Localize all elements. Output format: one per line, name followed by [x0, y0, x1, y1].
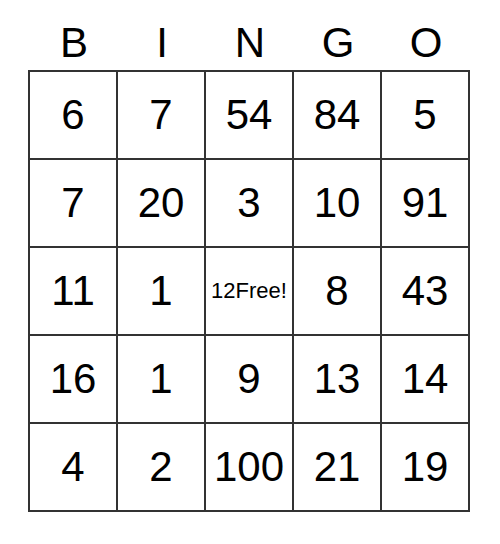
bingo-cell-r4c1[interactable]: 2 — [118, 424, 206, 512]
bingo-cell-r3c2[interactable]: 9 — [206, 336, 294, 424]
column-letter-b: B — [30, 0, 118, 70]
bingo-cell-r0c3[interactable]: 84 — [294, 72, 382, 160]
bingo-cell-r1c2[interactable]: 3 — [206, 160, 294, 248]
bingo-cell-r0c2[interactable]: 54 — [206, 72, 294, 160]
bingo-cell-r4c3[interactable]: 21 — [294, 424, 382, 512]
bingo-cell-free-center[interactable]: 12Free! — [206, 248, 294, 336]
bingo-cell-r3c0[interactable]: 16 — [30, 336, 118, 424]
bingo-cell-r3c4[interactable]: 14 — [382, 336, 470, 424]
bingo-cell-r1c3[interactable]: 10 — [294, 160, 382, 248]
bingo-cell-r3c1[interactable]: 1 — [118, 336, 206, 424]
bingo-header: B I N G O — [30, 0, 470, 70]
column-letter-n: N — [206, 0, 294, 70]
bingo-cell-r2c1[interactable]: 1 — [118, 248, 206, 336]
column-letter-i: I — [118, 0, 206, 70]
bingo-cell-r1c1[interactable]: 20 — [118, 160, 206, 248]
bingo-cell-r0c4[interactable]: 5 — [382, 72, 470, 160]
bingo-cell-r4c2[interactable]: 100 — [206, 424, 294, 512]
bingo-cell-r2c4[interactable]: 43 — [382, 248, 470, 336]
bingo-cell-r3c3[interactable]: 13 — [294, 336, 382, 424]
bingo-grid: 6 7 54 84 5 7 20 3 10 91 11 1 12Free! 8 … — [28, 70, 470, 512]
bingo-cell-r1c4[interactable]: 91 — [382, 160, 470, 248]
column-letter-o: O — [382, 0, 470, 70]
bingo-cell-r2c0[interactable]: 11 — [30, 248, 118, 336]
bingo-cell-r4c4[interactable]: 19 — [382, 424, 470, 512]
bingo-card: B I N G O 6 7 54 84 5 7 20 3 10 91 11 1 … — [28, 0, 470, 512]
bingo-cell-r0c1[interactable]: 7 — [118, 72, 206, 160]
column-letter-g: G — [294, 0, 382, 70]
bingo-cell-r0c0[interactable]: 6 — [30, 72, 118, 160]
bingo-cell-r1c0[interactable]: 7 — [30, 160, 118, 248]
bingo-cell-r2c3[interactable]: 8 — [294, 248, 382, 336]
bingo-cell-r4c0[interactable]: 4 — [30, 424, 118, 512]
